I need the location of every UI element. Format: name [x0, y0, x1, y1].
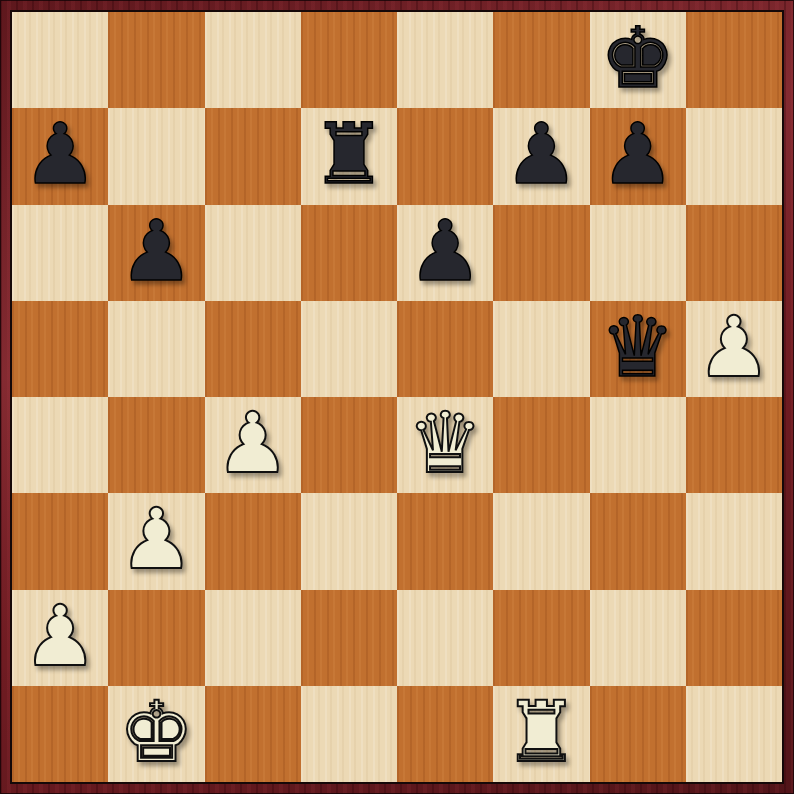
black-rook[interactable]: ♜: [311, 112, 386, 196]
square-f2[interactable]: [493, 590, 589, 686]
square-b4[interactable]: [108, 397, 204, 493]
square-g6[interactable]: [590, 205, 686, 301]
square-d8[interactable]: [301, 12, 397, 108]
square-c3[interactable]: [205, 493, 301, 589]
white-queen[interactable]: ♛: [407, 401, 482, 485]
square-a4[interactable]: [12, 397, 108, 493]
black-pawn[interactable]: ♟: [119, 209, 194, 293]
square-g7[interactable]: ♟: [590, 108, 686, 204]
square-h1[interactable]: [686, 686, 782, 782]
black-pawn[interactable]: ♟: [22, 112, 97, 196]
black-pawn[interactable]: ♟: [600, 112, 675, 196]
square-e1[interactable]: [397, 686, 493, 782]
square-e3[interactable]: [397, 493, 493, 589]
board-frame: ♚♟♜♟♟♟♟♛♟♟♛♟♟♚♜: [0, 0, 794, 794]
square-f3[interactable]: [493, 493, 589, 589]
square-e2[interactable]: [397, 590, 493, 686]
square-d5[interactable]: [301, 301, 397, 397]
white-king[interactable]: ♚: [119, 690, 194, 774]
square-a5[interactable]: [12, 301, 108, 397]
square-c4[interactable]: ♟: [205, 397, 301, 493]
white-pawn[interactable]: ♟: [22, 594, 97, 678]
square-e6[interactable]: ♟: [397, 205, 493, 301]
square-a2[interactable]: ♟: [12, 590, 108, 686]
square-b6[interactable]: ♟: [108, 205, 204, 301]
square-c6[interactable]: [205, 205, 301, 301]
square-b5[interactable]: [108, 301, 204, 397]
square-f7[interactable]: ♟: [493, 108, 589, 204]
square-b3[interactable]: ♟: [108, 493, 204, 589]
square-a1[interactable]: [12, 686, 108, 782]
chess-board: ♚♟♜♟♟♟♟♛♟♟♛♟♟♚♜: [10, 10, 784, 784]
square-d7[interactable]: ♜: [301, 108, 397, 204]
square-g3[interactable]: [590, 493, 686, 589]
square-e4[interactable]: ♛: [397, 397, 493, 493]
square-b2[interactable]: [108, 590, 204, 686]
square-a3[interactable]: [12, 493, 108, 589]
square-d6[interactable]: [301, 205, 397, 301]
square-f4[interactable]: [493, 397, 589, 493]
square-c2[interactable]: [205, 590, 301, 686]
square-b7[interactable]: [108, 108, 204, 204]
square-h5[interactable]: ♟: [686, 301, 782, 397]
square-f6[interactable]: [493, 205, 589, 301]
square-g2[interactable]: [590, 590, 686, 686]
white-pawn[interactable]: ♟: [119, 497, 194, 581]
square-c1[interactable]: [205, 686, 301, 782]
square-b1[interactable]: ♚: [108, 686, 204, 782]
square-b8[interactable]: [108, 12, 204, 108]
square-h7[interactable]: [686, 108, 782, 204]
square-d3[interactable]: [301, 493, 397, 589]
square-g1[interactable]: [590, 686, 686, 782]
white-rook[interactable]: ♜: [504, 690, 579, 774]
square-f5[interactable]: [493, 301, 589, 397]
square-f1[interactable]: ♜: [493, 686, 589, 782]
white-pawn[interactable]: ♟: [696, 305, 771, 389]
square-h6[interactable]: [686, 205, 782, 301]
black-pawn[interactable]: ♟: [407, 209, 482, 293]
square-g8[interactable]: ♚: [590, 12, 686, 108]
square-c8[interactable]: [205, 12, 301, 108]
square-d4[interactable]: [301, 397, 397, 493]
square-e8[interactable]: [397, 12, 493, 108]
black-king[interactable]: ♚: [600, 16, 675, 100]
square-c7[interactable]: [205, 108, 301, 204]
square-g4[interactable]: [590, 397, 686, 493]
square-h4[interactable]: [686, 397, 782, 493]
square-a7[interactable]: ♟: [12, 108, 108, 204]
black-queen[interactable]: ♛: [600, 305, 675, 389]
square-h3[interactable]: [686, 493, 782, 589]
square-h2[interactable]: [686, 590, 782, 686]
square-c5[interactable]: [205, 301, 301, 397]
square-f8[interactable]: [493, 12, 589, 108]
square-g5[interactable]: ♛: [590, 301, 686, 397]
square-d2[interactable]: [301, 590, 397, 686]
square-e7[interactable]: [397, 108, 493, 204]
square-d1[interactable]: [301, 686, 397, 782]
square-h8[interactable]: [686, 12, 782, 108]
square-e5[interactable]: [397, 301, 493, 397]
square-a6[interactable]: [12, 205, 108, 301]
square-a8[interactable]: [12, 12, 108, 108]
white-pawn[interactable]: ♟: [215, 401, 290, 485]
black-pawn[interactable]: ♟: [504, 112, 579, 196]
